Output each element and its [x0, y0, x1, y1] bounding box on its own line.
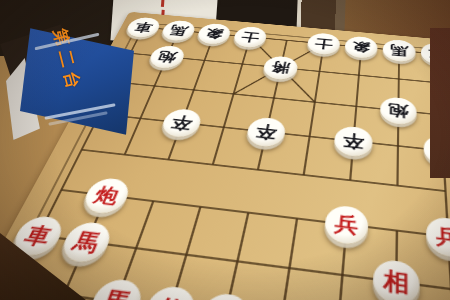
piece-black-f8r3[interactable]: 炮	[380, 96, 417, 126]
piece-red-f3r8[interactable]: 馬	[85, 277, 147, 300]
black-piece-glyph: 士	[313, 33, 334, 55]
piece-black-f3r4[interactable]: 卒	[159, 108, 205, 139]
card-char-2: 二	[53, 47, 79, 69]
piece-red-f5r8[interactable]: 帥	[195, 291, 253, 300]
black-piece-glyph: 將	[269, 56, 292, 80]
photo-scene: 車馬象士士象馬車炮將炮卒卒卒卒炮兵兵車馬相馬仕帥仕炮相 第 二 台	[0, 0, 450, 300]
black-piece-glyph: 卒	[167, 108, 197, 137]
black-piece-glyph: 卒	[253, 117, 280, 147]
red-piece-glyph: 兵	[435, 217, 450, 258]
black-piece-glyph: 卒	[341, 126, 364, 157]
red-piece-glyph: 帥	[206, 293, 243, 300]
piece-red-f7r6[interactable]: 兵	[323, 204, 369, 246]
piece-black-f2r1[interactable]: 馬	[159, 20, 198, 42]
black-piece-glyph: 象	[202, 23, 226, 44]
black-piece-glyph: 炮	[153, 45, 180, 68]
black-piece-glyph: 馬	[390, 39, 409, 62]
piece-black-f5r4[interactable]: 卒	[244, 116, 287, 148]
piece-red-f2r6[interactable]: 炮	[79, 177, 133, 216]
red-piece-glyph: 馬	[95, 279, 137, 300]
paper-red-text-mark	[161, 0, 164, 7]
red-piece-glyph: 車	[17, 216, 59, 257]
black-piece-glyph: 象	[351, 36, 371, 59]
piece-red-f4r8[interactable]: 仕	[139, 284, 199, 300]
black-piece-glyph: 馬	[166, 20, 191, 41]
piece-black-f3r1[interactable]: 象	[195, 23, 233, 46]
piece-black-f8r1[interactable]: 馬	[382, 39, 415, 63]
piece-black-f2r2[interactable]: 炮	[146, 45, 187, 70]
red-piece-glyph: 炮	[88, 178, 125, 215]
piece-red-f8r7[interactable]: 相	[372, 258, 420, 300]
piece-red-f9r6[interactable]: 兵	[426, 216, 450, 260]
red-piece-glyph: 兵	[333, 205, 360, 245]
floor-dark-patch	[430, 28, 450, 178]
piece-black-f7r4[interactable]: 卒	[333, 125, 373, 158]
red-piece-glyph: 馬	[66, 222, 106, 264]
red-piece-glyph: 仕	[150, 286, 189, 300]
piece-black-f5r2[interactable]: 將	[261, 55, 299, 81]
black-piece-glyph: 士	[238, 26, 261, 48]
piece-black-f4r1[interactable]: 士	[231, 26, 268, 49]
piece-red-f2r7[interactable]: 馬	[57, 220, 116, 264]
piece-black-f6r1[interactable]: 士	[306, 32, 341, 56]
piece-black-f1r1[interactable]: 車	[123, 16, 163, 38]
black-piece-glyph: 炮	[388, 97, 409, 125]
card-char-3: 台	[59, 69, 85, 91]
black-piece-glyph: 車	[130, 17, 156, 38]
piece-black-f7r1[interactable]: 象	[344, 35, 378, 59]
red-piece-glyph: 相	[383, 259, 410, 300]
